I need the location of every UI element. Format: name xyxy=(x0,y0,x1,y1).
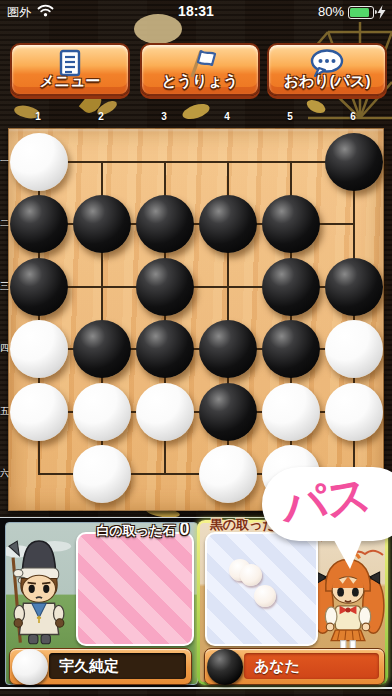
white-capture-tray xyxy=(76,532,194,646)
black-player-nameplate: あなた xyxy=(204,648,385,685)
black-stone-r3c3 xyxy=(136,258,194,316)
black-stone-r4c4 xyxy=(199,320,257,378)
white-player-avatar xyxy=(5,539,74,651)
battery-percent: 80% xyxy=(318,4,344,19)
black-stone-r3c1 xyxy=(10,258,68,316)
white-stone-r5c6 xyxy=(325,383,383,441)
col-label-3: 3 xyxy=(156,111,172,122)
black-stone-r3c6 xyxy=(325,258,383,316)
white-stone-r5c1 xyxy=(10,383,68,441)
board-row-labels: 一二三四五六 xyxy=(0,128,9,511)
black-stone-r1c6 xyxy=(325,133,383,191)
black-stone-icon xyxy=(207,649,243,685)
white-player-name: 宇久純定 xyxy=(49,653,186,679)
board-column-labels: 123456 xyxy=(8,111,384,125)
black-player-name: あなた xyxy=(244,653,379,679)
black-stone-r5c4 xyxy=(199,383,257,441)
resign-button[interactable]: とうりょう xyxy=(140,43,260,96)
black-stone-r2c3 xyxy=(136,195,194,253)
end-pass-button[interactable]: おわり(パス) xyxy=(267,43,387,96)
grid-line-horizontal xyxy=(38,161,355,163)
row-label-5: 五 xyxy=(0,405,9,418)
col-label-1: 1 xyxy=(30,111,46,122)
end-pass-button-label: おわり(パス) xyxy=(269,72,385,91)
charging-bolt-icon xyxy=(377,5,386,19)
resign-button-label: とうりょう xyxy=(142,72,258,91)
black-stone-r3c5 xyxy=(262,258,320,316)
captured-white-stone xyxy=(254,585,276,607)
row-label-3: 三 xyxy=(0,280,9,293)
row-label-6: 六 xyxy=(0,467,9,480)
white-player-nameplate: 宇久純定 xyxy=(9,648,192,685)
menu-button[interactable]: メニュー xyxy=(10,43,130,96)
row-label-2: 二 xyxy=(0,217,9,230)
white-stone-r6c4 xyxy=(199,445,257,503)
col-label-2: 2 xyxy=(93,111,109,122)
black-stone-r2c4 xyxy=(199,195,257,253)
black-stone-r4c5 xyxy=(262,320,320,378)
col-label-5: 5 xyxy=(282,111,298,122)
white-stone-r5c3 xyxy=(136,383,194,441)
row-label-4: 四 xyxy=(0,342,9,355)
black-stone-r2c5 xyxy=(262,195,320,253)
white-stone-icon xyxy=(12,649,48,685)
row-label-1: 一 xyxy=(0,155,9,168)
black-stone-r2c2 xyxy=(73,195,131,253)
pass-bubble-tail xyxy=(328,533,368,571)
status-bar: 圏外 18:31 80% xyxy=(0,0,392,24)
white-stone-r5c2 xyxy=(73,383,131,441)
white-stone-r4c6 xyxy=(325,320,383,378)
battery-icon xyxy=(348,6,374,19)
black-stone-r4c2 xyxy=(73,320,131,378)
white-captures-count: 0 xyxy=(179,522,189,539)
white-captures-label: 白の取った石0 xyxy=(68,522,198,540)
app-screen: 圏外 18:31 80% メニュー xyxy=(0,0,392,696)
pass-bubble: パス xyxy=(256,463,392,575)
white-stone-r4c1 xyxy=(10,320,68,378)
white-stone-r1c1 xyxy=(10,133,68,191)
white-stone-r5c5 xyxy=(262,383,320,441)
black-stone-r2c1 xyxy=(10,195,68,253)
col-label-4: 4 xyxy=(219,111,235,122)
menu-button-label: メニュー xyxy=(12,72,128,91)
black-stone-r4c3 xyxy=(136,320,194,378)
col-label-6: 6 xyxy=(345,111,361,122)
white-stone-r6c2 xyxy=(73,445,131,503)
go-board[interactable] xyxy=(8,128,384,511)
